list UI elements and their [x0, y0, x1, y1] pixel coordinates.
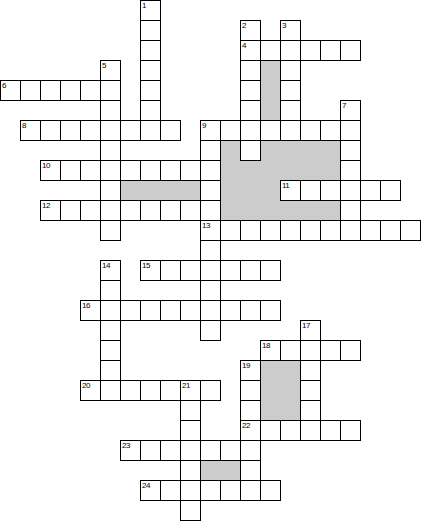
answer-cell-r6-c3[interactable] — [60, 120, 81, 141]
answer-cell-r9-c16[interactable] — [320, 180, 341, 201]
answer-cell-r8-c4[interactable] — [80, 160, 101, 181]
shaded-filler-cell — [300, 140, 321, 161]
answer-cell-r6-c12[interactable] — [240, 120, 261, 141]
shaded-filler-cell — [280, 200, 301, 221]
shaded-filler-cell — [260, 180, 281, 201]
answer-cell-r21-c14[interactable] — [280, 420, 301, 441]
answer-cell-r7-c12[interactable] — [240, 140, 261, 161]
answer-cell-r19-c6[interactable] — [120, 380, 141, 401]
answer-cell-r13-c10[interactable] — [200, 260, 221, 281]
answer-cell-r22-c9[interactable] — [180, 440, 201, 461]
answer-cell-r16-c15[interactable] — [300, 320, 321, 341]
answer-cell-r6-c8[interactable] — [160, 120, 181, 141]
answer-cell-r15-c8[interactable] — [160, 300, 181, 321]
answer-cell-r10-c9[interactable] — [180, 200, 201, 221]
answer-cell-r3-c14[interactable] — [280, 60, 301, 81]
answer-cell-r12-c10[interactable] — [200, 240, 221, 261]
answer-cell-r11-c5[interactable] — [100, 220, 121, 241]
answer-cell-r24-c11[interactable] — [220, 480, 241, 501]
answer-cell-r16-c10[interactable] — [200, 320, 221, 341]
answer-cell-r13-c11[interactable] — [220, 260, 241, 281]
answer-cell-r9-c18[interactable] — [360, 180, 381, 201]
answer-cell-r7-c10[interactable] — [200, 140, 221, 161]
answer-cell-r5-c12[interactable] — [240, 100, 261, 121]
answer-cell-r23-c9[interactable] — [180, 460, 201, 481]
answer-cell-r4-c0[interactable] — [0, 80, 21, 101]
answer-cell-r17-c14[interactable] — [280, 340, 301, 361]
answer-cell-r22-c11[interactable] — [220, 440, 241, 461]
answer-cell-r21-c9[interactable] — [180, 420, 201, 441]
answer-cell-r4-c5[interactable] — [100, 80, 121, 101]
answer-cell-r6-c4[interactable] — [80, 120, 101, 141]
answer-cell-r11-c12[interactable] — [240, 220, 261, 241]
answer-cell-r11-c15[interactable] — [300, 220, 321, 241]
shaded-filler-cell — [120, 180, 141, 201]
answer-cell-r15-c12[interactable] — [240, 300, 261, 321]
answer-cell-r25-c9[interactable] — [180, 500, 201, 521]
answer-cell-r20-c9[interactable] — [180, 400, 201, 421]
shaded-filler-cell — [140, 180, 161, 201]
answer-cell-r17-c15[interactable] — [300, 340, 321, 361]
answer-cell-r21-c15[interactable] — [300, 420, 321, 441]
answer-cell-r22-c12[interactable] — [240, 440, 261, 461]
shaded-filler-cell — [280, 160, 301, 181]
answer-cell-r20-c15[interactable] — [300, 400, 321, 421]
answer-cell-r11-c17[interactable] — [340, 220, 361, 241]
answer-cell-r7-c5[interactable] — [100, 140, 121, 161]
answer-cell-r9-c10[interactable] — [200, 180, 221, 201]
answer-cell-r11-c18[interactable] — [360, 220, 381, 241]
answer-cell-r11-c11[interactable] — [220, 220, 241, 241]
shaded-filler-cell — [320, 160, 341, 181]
answer-cell-r24-c9[interactable] — [180, 480, 201, 501]
answer-cell-r11-c13[interactable] — [260, 220, 281, 241]
answer-cell-r15-c11[interactable] — [220, 300, 241, 321]
answer-cell-r2-c12[interactable] — [240, 40, 261, 61]
shaded-filler-cell — [220, 460, 241, 481]
answer-cell-r19-c10[interactable] — [200, 380, 221, 401]
answer-cell-r21-c16[interactable] — [320, 420, 341, 441]
answer-cell-r10-c3[interactable] — [60, 200, 81, 221]
answer-cell-r18-c15[interactable] — [300, 360, 321, 381]
answer-cell-r15-c7[interactable] — [140, 300, 161, 321]
answer-cell-r21-c12[interactable] — [240, 420, 261, 441]
answer-cell-r5-c17[interactable] — [340, 100, 361, 121]
answer-cell-r6-c5[interactable] — [100, 120, 121, 141]
shaded-filler-cell — [300, 200, 321, 221]
shaded-filler-cell — [280, 360, 301, 381]
answer-cell-r4-c1[interactable] — [20, 80, 41, 101]
answer-cell-r10-c7[interactable] — [140, 200, 161, 221]
answer-cell-r13-c9[interactable] — [180, 260, 201, 281]
answer-cell-r19-c7[interactable] — [140, 380, 161, 401]
answer-cell-r6-c11[interactable] — [220, 120, 241, 141]
answer-cell-r8-c3[interactable] — [60, 160, 81, 181]
answer-cell-r6-c2[interactable] — [40, 120, 61, 141]
answer-cell-r19-c9[interactable] — [180, 380, 201, 401]
answer-cell-r19-c8[interactable] — [160, 380, 181, 401]
shaded-filler-cell — [260, 160, 281, 181]
answer-cell-r6-c17[interactable] — [340, 120, 361, 141]
answer-cell-r2-c13[interactable] — [260, 40, 281, 61]
answer-cell-r5-c5[interactable] — [100, 100, 121, 121]
shaded-filler-cell — [220, 200, 241, 221]
shaded-filler-cell — [280, 400, 301, 421]
answer-cell-r6-c16[interactable] — [320, 120, 341, 141]
answer-cell-r10-c8[interactable] — [160, 200, 181, 221]
answer-cell-r19-c15[interactable] — [300, 380, 321, 401]
answer-cell-r6-c1[interactable] — [20, 120, 41, 141]
answer-cell-r2-c17[interactable] — [340, 40, 361, 61]
answer-cell-r6-c15[interactable] — [300, 120, 321, 141]
answer-cell-r10-c2[interactable] — [40, 200, 61, 221]
shaded-filler-cell — [180, 180, 201, 201]
answer-cell-r10-c6[interactable] — [120, 200, 141, 221]
answer-cell-r7-c17[interactable] — [340, 140, 361, 161]
shaded-filler-cell — [240, 200, 261, 221]
answer-cell-r4-c12[interactable] — [240, 80, 261, 101]
shaded-filler-cell — [220, 180, 241, 201]
answer-cell-r10-c17[interactable] — [340, 200, 361, 221]
shaded-filler-cell — [220, 140, 241, 161]
answer-cell-r16-c5[interactable] — [100, 320, 121, 341]
shaded-filler-cell — [260, 100, 281, 121]
answer-cell-r3-c7[interactable] — [140, 60, 161, 81]
answer-cell-r15-c9[interactable] — [180, 300, 201, 321]
answer-cell-r17-c13[interactable] — [260, 340, 281, 361]
shaded-filler-cell — [300, 160, 321, 181]
shaded-filler-cell — [260, 400, 281, 421]
answer-cell-r5-c7[interactable] — [140, 100, 161, 121]
shaded-filler-cell — [320, 140, 341, 161]
answer-cell-r14-c5[interactable] — [100, 280, 121, 301]
answer-cell-r10-c10[interactable] — [200, 200, 221, 221]
answer-cell-r8-c2[interactable] — [40, 160, 61, 181]
shaded-filler-cell — [220, 160, 241, 181]
answer-cell-r21-c13[interactable] — [260, 420, 281, 441]
answer-cell-r15-c6[interactable] — [120, 300, 141, 321]
answer-cell-r4-c4[interactable] — [80, 80, 101, 101]
shaded-filler-cell — [260, 80, 281, 101]
answer-cell-r23-c12[interactable] — [240, 460, 261, 481]
shaded-filler-cell — [260, 140, 281, 161]
answer-cell-r13-c8[interactable] — [160, 260, 181, 281]
answer-cell-r8-c5[interactable] — [100, 160, 121, 181]
shaded-filler-cell — [160, 180, 181, 201]
answer-cell-r18-c5[interactable] — [100, 360, 121, 381]
answer-cell-r4-c3[interactable] — [60, 80, 81, 101]
shaded-filler-cell — [320, 200, 341, 221]
answer-cell-r24-c12[interactable] — [240, 480, 261, 501]
answer-cell-r2-c16[interactable] — [320, 40, 341, 61]
answer-cell-r10-c5[interactable] — [100, 200, 121, 221]
answer-cell-r22-c6[interactable] — [120, 440, 141, 461]
answer-cell-r8-c17[interactable] — [340, 160, 361, 181]
answer-cell-r9-c19[interactable] — [380, 180, 401, 201]
answer-cell-r17-c5[interactable] — [100, 340, 121, 361]
answer-cell-r4-c2[interactable] — [40, 80, 61, 101]
answer-cell-r6-c14[interactable] — [280, 120, 301, 141]
answer-cell-r9-c14[interactable] — [280, 180, 301, 201]
shaded-filler-cell — [260, 60, 281, 81]
answer-cell-r4-c7[interactable] — [140, 80, 161, 101]
answer-cell-r8-c9[interactable] — [180, 160, 201, 181]
shaded-filler-cell — [280, 380, 301, 401]
answer-cell-r6-c7[interactable] — [140, 120, 161, 141]
answer-cell-r11-c16[interactable] — [320, 220, 341, 241]
answer-cell-r13-c12[interactable] — [240, 260, 261, 281]
shaded-filler-cell — [260, 200, 281, 221]
answer-cell-r1-c7[interactable] — [140, 20, 161, 41]
crossword-page: 123456789101112131415161718192021222324 — [0, 0, 421, 521]
answer-cell-r13-c13[interactable] — [260, 260, 281, 281]
answer-cell-r14-c10[interactable] — [200, 280, 221, 301]
answer-cell-r15-c13[interactable] — [260, 300, 281, 321]
answer-cell-r21-c17[interactable] — [340, 420, 361, 441]
answer-cell-r2-c15[interactable] — [300, 40, 321, 61]
shaded-filler-cell — [240, 160, 261, 181]
answer-cell-r17-c16[interactable] — [320, 340, 341, 361]
answer-cell-r11-c20[interactable] — [400, 220, 421, 241]
answer-cell-r11-c19[interactable] — [380, 220, 401, 241]
answer-cell-r8-c6[interactable] — [120, 160, 141, 181]
answer-cell-r24-c7[interactable] — [140, 480, 161, 501]
answer-cell-r1-c14[interactable] — [280, 20, 301, 41]
answer-cell-r24-c13[interactable] — [260, 480, 281, 501]
answer-cell-r18-c12[interactable] — [240, 360, 261, 381]
answer-cell-r4-c14[interactable] — [280, 80, 301, 101]
shaded-filler-cell — [240, 180, 261, 201]
answer-cell-r2-c14[interactable] — [280, 40, 301, 61]
answer-cell-r0-c7[interactable] — [140, 0, 161, 21]
answer-cell-r6-c10[interactable] — [200, 120, 221, 141]
answer-cell-r10-c4[interactable] — [80, 200, 101, 221]
answer-cell-r19-c12[interactable] — [240, 380, 261, 401]
answer-cell-r24-c10[interactable] — [200, 480, 221, 501]
answer-cell-r5-c14[interactable] — [280, 100, 301, 121]
shaded-filler-cell — [280, 140, 301, 161]
answer-cell-r19-c5[interactable] — [100, 380, 121, 401]
answer-cell-r9-c15[interactable] — [300, 180, 321, 201]
answer-cell-r13-c7[interactable] — [140, 260, 161, 281]
answer-cell-r22-c8[interactable] — [160, 440, 181, 461]
answer-cell-r15-c4[interactable] — [80, 300, 101, 321]
answer-cell-r2-c7[interactable] — [140, 40, 161, 61]
answer-cell-r15-c10[interactable] — [200, 300, 221, 321]
answer-cell-r1-c12[interactable] — [240, 20, 261, 41]
crossword-board: 123456789101112131415161718192021222324 — [0, 0, 421, 521]
answer-cell-r22-c7[interactable] — [140, 440, 161, 461]
answer-cell-r3-c12[interactable] — [240, 60, 261, 81]
answer-cell-r17-c17[interactable] — [340, 340, 361, 361]
answer-cell-r8-c8[interactable] — [160, 160, 181, 181]
shaded-filler-cell — [260, 380, 281, 401]
answer-cell-r24-c8[interactable] — [160, 480, 181, 501]
answer-cell-r19-c4[interactable] — [80, 380, 101, 401]
shaded-filler-cell — [260, 360, 281, 381]
answer-cell-r11-c10[interactable] — [200, 220, 221, 241]
answer-cell-r22-c10[interactable] — [200, 440, 221, 461]
answer-cell-r9-c5[interactable] — [100, 180, 121, 201]
answer-cell-r13-c5[interactable] — [100, 260, 121, 281]
answer-cell-r9-c17[interactable] — [340, 180, 361, 201]
answer-cell-r15-c5[interactable] — [100, 300, 121, 321]
answer-cell-r8-c7[interactable] — [140, 160, 161, 181]
answer-cell-r11-c14[interactable] — [280, 220, 301, 241]
shaded-filler-cell — [200, 460, 221, 481]
answer-cell-r3-c5[interactable] — [100, 60, 121, 81]
answer-cell-r6-c13[interactable] — [260, 120, 281, 141]
answer-cell-r6-c6[interactable] — [120, 120, 141, 141]
answer-cell-r20-c12[interactable] — [240, 400, 261, 421]
answer-cell-r8-c10[interactable] — [200, 160, 221, 181]
